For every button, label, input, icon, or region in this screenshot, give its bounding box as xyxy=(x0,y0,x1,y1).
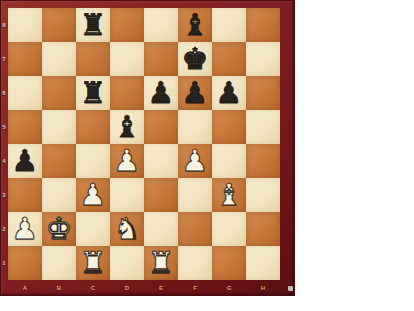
square-e6[interactable]: ♟ xyxy=(144,76,178,110)
rank-label-4: 4 xyxy=(0,144,8,178)
rank-label-3: 3 xyxy=(0,178,8,212)
piece-white-pawn[interactable]: ♟ xyxy=(182,144,209,178)
square-f7[interactable]: ♚ xyxy=(178,42,212,76)
square-d5[interactable]: ♝ xyxy=(110,110,144,144)
square-g8[interactable] xyxy=(212,8,246,42)
square-a1[interactable] xyxy=(8,246,42,280)
square-b1[interactable] xyxy=(42,246,76,280)
square-b8[interactable] xyxy=(42,8,76,42)
square-a5[interactable] xyxy=(8,110,42,144)
file-label-h: H xyxy=(246,280,280,296)
square-e2[interactable] xyxy=(144,212,178,246)
square-f1[interactable] xyxy=(178,246,212,280)
square-h8[interactable] xyxy=(246,8,280,42)
square-h1[interactable] xyxy=(246,246,280,280)
rank-label-6: 6 xyxy=(0,76,8,110)
file-label-g: G xyxy=(212,280,246,296)
piece-black-bishop[interactable]: ♝ xyxy=(114,110,141,144)
piece-black-rook[interactable]: ♜ xyxy=(80,8,107,42)
square-c8[interactable]: ♜ xyxy=(76,8,110,42)
piece-white-rook[interactable]: ♜ xyxy=(80,246,107,280)
square-a2[interactable]: ♟ xyxy=(8,212,42,246)
piece-black-pawn[interactable]: ♟ xyxy=(182,76,209,110)
piece-black-bishop[interactable]: ♝ xyxy=(182,8,209,42)
square-c3[interactable]: ♟ xyxy=(76,178,110,212)
square-b2[interactable]: ♚ xyxy=(42,212,76,246)
square-a4[interactable]: ♟ xyxy=(8,144,42,178)
square-g2[interactable] xyxy=(212,212,246,246)
square-h5[interactable] xyxy=(246,110,280,144)
square-a8[interactable] xyxy=(8,8,42,42)
square-g1[interactable] xyxy=(212,246,246,280)
piece-black-rook[interactable]: ♜ xyxy=(80,76,107,110)
square-f6[interactable]: ♟ xyxy=(178,76,212,110)
rank-label-5: 5 xyxy=(0,110,8,144)
file-labels: ABCDEFGH xyxy=(8,280,280,296)
rank-labels: 87654321 xyxy=(0,8,8,280)
piece-white-rook[interactable]: ♜ xyxy=(148,246,175,280)
corner-marker xyxy=(288,286,293,291)
square-b6[interactable] xyxy=(42,76,76,110)
square-d6[interactable] xyxy=(110,76,144,110)
piece-black-pawn[interactable]: ♟ xyxy=(148,76,175,110)
piece-black-pawn[interactable]: ♟ xyxy=(12,144,39,178)
square-a3[interactable] xyxy=(8,178,42,212)
square-b4[interactable] xyxy=(42,144,76,178)
square-d8[interactable] xyxy=(110,8,144,42)
piece-white-pawn[interactable]: ♟ xyxy=(12,212,39,246)
square-f4[interactable]: ♟ xyxy=(178,144,212,178)
square-e4[interactable] xyxy=(144,144,178,178)
file-label-a: A xyxy=(8,280,42,296)
chess-board: ♜♝♚♜♟♟♟♝♟♟♟♟♝♟♚♞♜♜ 87654321 ABCDEFGH xyxy=(0,0,295,296)
piece-black-pawn[interactable]: ♟ xyxy=(216,76,243,110)
square-b7[interactable] xyxy=(42,42,76,76)
square-e3[interactable] xyxy=(144,178,178,212)
square-b3[interactable] xyxy=(42,178,76,212)
square-d7[interactable] xyxy=(110,42,144,76)
square-g3[interactable]: ♝ xyxy=(212,178,246,212)
square-f5[interactable] xyxy=(178,110,212,144)
square-f2[interactable] xyxy=(178,212,212,246)
square-d2[interactable]: ♞ xyxy=(110,212,144,246)
square-c2[interactable] xyxy=(76,212,110,246)
file-label-b: B xyxy=(42,280,76,296)
square-g4[interactable] xyxy=(212,144,246,178)
square-e7[interactable] xyxy=(144,42,178,76)
piece-white-pawn[interactable]: ♟ xyxy=(80,178,107,212)
square-f3[interactable] xyxy=(178,178,212,212)
square-h4[interactable] xyxy=(246,144,280,178)
square-c4[interactable] xyxy=(76,144,110,178)
square-c7[interactable] xyxy=(76,42,110,76)
board-squares: ♜♝♚♜♟♟♟♝♟♟♟♟♝♟♚♞♜♜ xyxy=(8,8,280,280)
square-g7[interactable] xyxy=(212,42,246,76)
square-h2[interactable] xyxy=(246,212,280,246)
square-h7[interactable] xyxy=(246,42,280,76)
square-c5[interactable] xyxy=(76,110,110,144)
square-c6[interactable]: ♜ xyxy=(76,76,110,110)
file-label-f: F xyxy=(178,280,212,296)
square-e5[interactable] xyxy=(144,110,178,144)
square-e1[interactable]: ♜ xyxy=(144,246,178,280)
rank-label-1: 1 xyxy=(0,246,8,280)
square-f8[interactable]: ♝ xyxy=(178,8,212,42)
square-g5[interactable] xyxy=(212,110,246,144)
rank-label-8: 8 xyxy=(0,8,8,42)
rank-label-2: 2 xyxy=(0,212,8,246)
square-d3[interactable] xyxy=(110,178,144,212)
square-c1[interactable]: ♜ xyxy=(76,246,110,280)
square-b5[interactable] xyxy=(42,110,76,144)
square-e8[interactable] xyxy=(144,8,178,42)
file-label-d: D xyxy=(110,280,144,296)
file-label-e: E xyxy=(144,280,178,296)
piece-white-knight[interactable]: ♞ xyxy=(114,212,141,246)
square-h3[interactable] xyxy=(246,178,280,212)
square-g6[interactable]: ♟ xyxy=(212,76,246,110)
square-a7[interactable] xyxy=(8,42,42,76)
square-d1[interactable] xyxy=(110,246,144,280)
piece-black-king[interactable]: ♚ xyxy=(182,42,209,76)
square-h6[interactable] xyxy=(246,76,280,110)
piece-white-bishop[interactable]: ♝ xyxy=(216,178,243,212)
square-a6[interactable] xyxy=(8,76,42,110)
piece-white-king[interactable]: ♚ xyxy=(46,212,73,246)
file-label-c: C xyxy=(76,280,110,296)
piece-white-pawn[interactable]: ♟ xyxy=(114,144,141,178)
rank-label-7: 7 xyxy=(0,42,8,76)
square-d4[interactable]: ♟ xyxy=(110,144,144,178)
